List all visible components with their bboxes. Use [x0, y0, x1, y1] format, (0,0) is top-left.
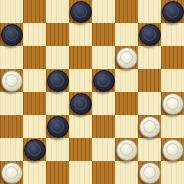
square-h4[interactable] [161, 92, 184, 115]
black-piece[interactable] [162, 1, 184, 23]
square-d8[interactable] [69, 0, 92, 23]
square-d3[interactable] [69, 115, 92, 138]
square-h7[interactable] [161, 23, 184, 46]
square-b1[interactable] [23, 161, 46, 184]
square-h3[interactable] [161, 115, 184, 138]
square-b8[interactable] [23, 0, 46, 23]
square-e2[interactable] [92, 138, 115, 161]
white-piece[interactable] [116, 47, 138, 69]
square-h5[interactable] [161, 69, 184, 92]
square-g7[interactable] [138, 23, 161, 46]
square-h8[interactable] [161, 0, 184, 23]
white-piece[interactable] [162, 93, 184, 115]
white-piece[interactable] [1, 162, 23, 184]
square-g2[interactable] [138, 138, 161, 161]
square-e1[interactable] [92, 161, 115, 184]
square-g5[interactable] [138, 69, 161, 92]
checkers-board [0, 0, 184, 184]
square-a7[interactable] [0, 23, 23, 46]
square-e4[interactable] [92, 92, 115, 115]
black-piece[interactable] [1, 24, 23, 46]
square-a4[interactable] [0, 92, 23, 115]
square-h2[interactable] [161, 138, 184, 161]
square-b4[interactable] [23, 92, 46, 115]
square-e5[interactable] [92, 69, 115, 92]
square-a5[interactable] [0, 69, 23, 92]
square-f1[interactable] [115, 161, 138, 184]
square-c6[interactable] [46, 46, 69, 69]
square-a6[interactable] [0, 46, 23, 69]
square-d7[interactable] [69, 23, 92, 46]
square-h1[interactable] [161, 161, 184, 184]
square-b2[interactable] [23, 138, 46, 161]
square-c2[interactable] [46, 138, 69, 161]
square-g3[interactable] [138, 115, 161, 138]
black-piece[interactable] [70, 93, 92, 115]
square-d6[interactable] [69, 46, 92, 69]
white-piece[interactable] [139, 116, 161, 138]
square-a2[interactable] [0, 138, 23, 161]
square-c5[interactable] [46, 69, 69, 92]
square-c8[interactable] [46, 0, 69, 23]
white-piece[interactable] [162, 139, 184, 161]
square-e6[interactable] [92, 46, 115, 69]
square-f2[interactable] [115, 138, 138, 161]
square-f7[interactable] [115, 23, 138, 46]
white-piece[interactable] [1, 70, 23, 92]
square-d4[interactable] [69, 92, 92, 115]
square-b5[interactable] [23, 69, 46, 92]
white-piece[interactable] [116, 139, 138, 161]
square-f6[interactable] [115, 46, 138, 69]
square-d2[interactable] [69, 138, 92, 161]
square-c7[interactable] [46, 23, 69, 46]
square-b6[interactable] [23, 46, 46, 69]
square-a3[interactable] [0, 115, 23, 138]
black-piece[interactable] [70, 1, 92, 23]
square-g4[interactable] [138, 92, 161, 115]
black-piece[interactable] [47, 70, 69, 92]
square-c4[interactable] [46, 92, 69, 115]
square-h6[interactable] [161, 46, 184, 69]
square-f5[interactable] [115, 69, 138, 92]
square-e3[interactable] [92, 115, 115, 138]
black-piece[interactable] [24, 139, 46, 161]
square-f3[interactable] [115, 115, 138, 138]
square-g8[interactable] [138, 0, 161, 23]
square-g1[interactable] [138, 161, 161, 184]
square-a1[interactable] [0, 161, 23, 184]
black-piece[interactable] [139, 24, 161, 46]
square-e7[interactable] [92, 23, 115, 46]
square-d1[interactable] [69, 161, 92, 184]
square-c3[interactable] [46, 115, 69, 138]
square-e8[interactable] [92, 0, 115, 23]
square-d5[interactable] [69, 69, 92, 92]
white-piece[interactable] [139, 162, 161, 184]
black-piece[interactable] [93, 70, 115, 92]
square-c1[interactable] [46, 161, 69, 184]
square-b7[interactable] [23, 23, 46, 46]
square-f8[interactable] [115, 0, 138, 23]
square-a8[interactable] [0, 0, 23, 23]
square-g6[interactable] [138, 46, 161, 69]
black-piece[interactable] [47, 116, 69, 138]
square-b3[interactable] [23, 115, 46, 138]
square-f4[interactable] [115, 92, 138, 115]
